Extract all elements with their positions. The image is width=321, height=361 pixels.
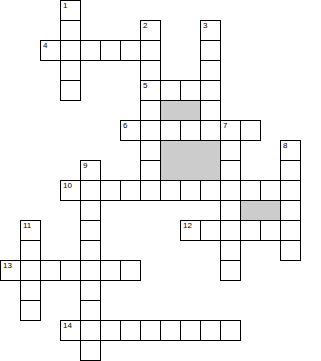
cell-r1-c3[interactable]	[60, 20, 81, 41]
cell-r6-c7[interactable]	[140, 120, 161, 141]
cell-r16-c11[interactable]	[220, 320, 241, 341]
clue-number-9: 9	[83, 162, 87, 170]
cell-r1-c7[interactable]: 2	[140, 20, 161, 41]
cell-r9-c10[interactable]	[200, 180, 221, 201]
cell-r9-c4[interactable]	[80, 180, 101, 201]
shaded-block	[160, 100, 201, 121]
cell-r9-c5[interactable]	[100, 180, 121, 201]
clue-number-8: 8	[283, 142, 287, 150]
cell-r11-c13[interactable]	[260, 220, 281, 241]
cell-r11-c1[interactable]: 11	[20, 220, 41, 241]
cell-r16-c9[interactable]	[180, 320, 201, 341]
cell-r4-c8[interactable]	[160, 80, 181, 101]
cell-r4-c10[interactable]	[200, 80, 221, 101]
clue-number-3: 3	[203, 22, 207, 30]
cell-r9-c8[interactable]	[160, 180, 181, 201]
cell-r9-c6[interactable]	[120, 180, 141, 201]
cell-r5-c10[interactable]	[200, 100, 221, 121]
cell-r8-c14[interactable]	[280, 160, 301, 181]
clue-number-4: 4	[43, 42, 47, 50]
cell-r11-c4[interactable]	[80, 220, 101, 241]
cell-r11-c12[interactable]	[240, 220, 261, 241]
cell-r8-c11[interactable]	[220, 160, 241, 181]
cell-r6-c9[interactable]	[180, 120, 201, 141]
cell-r4-c9[interactable]	[180, 80, 201, 101]
clue-number-2: 2	[143, 22, 147, 30]
cell-r9-c14[interactable]	[280, 180, 301, 201]
cell-r9-c7[interactable]	[140, 180, 161, 201]
cell-r12-c11[interactable]	[220, 240, 241, 261]
clue-number-5: 5	[143, 82, 147, 90]
cell-r11-c9[interactable]: 12	[180, 220, 201, 241]
cell-r15-c4[interactable]	[80, 300, 101, 321]
cell-r11-c11[interactable]	[220, 220, 241, 241]
cell-r13-c6[interactable]	[120, 260, 141, 281]
cell-r13-c4[interactable]	[80, 260, 101, 281]
cell-r13-c5[interactable]	[100, 260, 121, 281]
cell-r0-c3[interactable]: 1	[60, 0, 81, 21]
clue-number-10: 10	[63, 182, 72, 190]
cell-r6-c10[interactable]	[200, 120, 221, 141]
cell-r9-c12[interactable]	[240, 180, 261, 201]
cell-r8-c4[interactable]: 9	[80, 160, 101, 181]
cell-r13-c1[interactable]	[20, 260, 41, 281]
cell-r6-c8[interactable]	[160, 120, 181, 141]
shaded-block	[160, 140, 221, 181]
cell-r7-c11[interactable]	[220, 140, 241, 161]
cell-r8-c7[interactable]	[140, 160, 161, 181]
cell-r6-c12[interactable]	[240, 120, 261, 141]
cell-r2-c3[interactable]	[60, 40, 81, 61]
cell-r9-c11[interactable]	[220, 180, 241, 201]
cell-r9-c13[interactable]	[260, 180, 281, 201]
cell-r7-c7[interactable]	[140, 140, 161, 161]
cell-r7-c14[interactable]: 8	[280, 140, 301, 161]
cell-r13-c3[interactable]	[60, 260, 81, 281]
cell-r2-c6[interactable]	[120, 40, 141, 61]
cell-r16-c8[interactable]	[160, 320, 181, 341]
cell-r4-c3[interactable]	[60, 80, 81, 101]
cell-r16-c3[interactable]: 14	[60, 320, 81, 341]
clue-number-7: 7	[223, 122, 227, 130]
shaded-block	[240, 200, 281, 221]
cell-r6-c11[interactable]: 7	[220, 120, 241, 141]
cell-r14-c4[interactable]	[80, 280, 101, 301]
cell-r3-c7[interactable]	[140, 60, 161, 81]
cell-r12-c4[interactable]	[80, 240, 101, 261]
cell-r6-c6[interactable]: 6	[120, 120, 141, 141]
cell-r13-c11[interactable]	[220, 260, 241, 281]
cell-r3-c10[interactable]	[200, 60, 221, 81]
cell-r1-c10[interactable]: 3	[200, 20, 221, 41]
cell-r2-c2[interactable]: 4	[40, 40, 61, 61]
clue-number-14: 14	[63, 322, 72, 330]
cell-r5-c7[interactable]	[140, 100, 161, 121]
cell-r15-c1[interactable]	[20, 300, 41, 321]
cell-r13-c0[interactable]: 13	[0, 260, 21, 281]
cell-r10-c14[interactable]	[280, 200, 301, 221]
clue-number-1: 1	[63, 2, 67, 10]
cell-r3-c3[interactable]	[60, 60, 81, 81]
cell-r9-c3[interactable]: 10	[60, 180, 81, 201]
cell-r2-c5[interactable]	[100, 40, 121, 61]
cell-r16-c10[interactable]	[200, 320, 221, 341]
clue-number-11: 11	[23, 222, 31, 230]
cell-r9-c9[interactable]	[180, 180, 201, 201]
crossword-board: 1234567891011121314	[0, 0, 321, 361]
cell-r2-c4[interactable]	[80, 40, 101, 61]
cell-r10-c4[interactable]	[80, 200, 101, 221]
cell-r17-c4[interactable]	[80, 340, 101, 361]
cell-r11-c10[interactable]	[200, 220, 221, 241]
cell-r10-c11[interactable]	[220, 200, 241, 221]
cell-r13-c2[interactable]	[40, 260, 61, 281]
cell-r14-c1[interactable]	[20, 280, 41, 301]
cell-r2-c7[interactable]	[140, 40, 161, 61]
cell-r2-c10[interactable]	[200, 40, 221, 61]
cell-r11-c14[interactable]	[280, 220, 301, 241]
cell-r16-c7[interactable]	[140, 320, 161, 341]
cell-r16-c6[interactable]	[120, 320, 141, 341]
cell-r12-c14[interactable]	[280, 240, 301, 261]
cell-r16-c5[interactable]	[100, 320, 121, 341]
cell-r12-c1[interactable]	[20, 240, 41, 261]
clue-number-13: 13	[3, 262, 12, 270]
cell-r4-c7[interactable]: 5	[140, 80, 161, 101]
clue-number-6: 6	[123, 122, 127, 130]
cell-r16-c4[interactable]	[80, 320, 101, 341]
clue-number-12: 12	[183, 222, 192, 230]
